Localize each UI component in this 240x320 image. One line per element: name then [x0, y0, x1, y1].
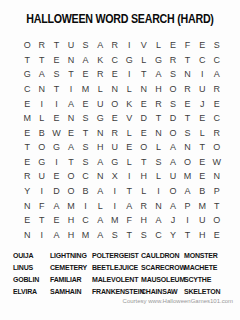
- grid-cell: A: [166, 155, 181, 170]
- grid-cell: T: [64, 67, 79, 82]
- grid-cell: T: [35, 213, 50, 228]
- grid-cell: A: [93, 155, 108, 170]
- grid-cell: O: [107, 96, 122, 111]
- credit-text: Courtesy www.HalloweenGames101.com: [123, 298, 233, 304]
- grid-cell: O: [180, 155, 195, 170]
- word-list: OUIJALIGHTNINGPOLTERGEISTCAULDRONMONSTER…: [13, 249, 230, 297]
- grid-cell: G: [93, 111, 108, 126]
- grid-cell: T: [137, 67, 152, 82]
- grid-cell: F: [122, 213, 137, 228]
- word-list-item: CEMETERY: [50, 264, 92, 271]
- grid-cell: E: [49, 111, 64, 126]
- word-search-grid: ORTUSARIVLEFESTTENAKCGLGRTCCGASTEREITASN…: [20, 38, 224, 242]
- grid-cell: N: [20, 227, 35, 242]
- grid-cell: S: [78, 111, 93, 126]
- grid-cell: M: [78, 227, 93, 242]
- grid-cell: C: [195, 53, 210, 68]
- word-list-item: MAUSOLEUM: [141, 276, 184, 283]
- grid-cell: H: [137, 169, 152, 184]
- grid-cell: S: [78, 38, 93, 53]
- grid-cell: M: [20, 111, 35, 126]
- grid-cell: A: [78, 53, 93, 68]
- word-search-page: HALLOWEEN WORD SEARCH (HARD) ORTUSARIVLE…: [0, 0, 240, 320]
- grid-cell: L: [122, 82, 137, 97]
- grid-cell: B: [35, 125, 50, 140]
- grid-cell: A: [151, 213, 166, 228]
- grid-cell: T: [195, 140, 210, 155]
- word-list-item: SAMHAIN: [50, 288, 92, 295]
- word-list-item: BEETLEJUICE: [92, 264, 141, 271]
- grid-cell: S: [107, 227, 122, 242]
- grid-cell: T: [180, 53, 195, 68]
- grid-cell: T: [35, 53, 50, 68]
- grid-cell: E: [107, 67, 122, 82]
- grid-cell: O: [166, 82, 181, 97]
- grid-cell: T: [151, 111, 166, 126]
- grid-cell: Y: [20, 184, 35, 199]
- grid-cell: N: [180, 67, 195, 82]
- grid-cell: R: [35, 38, 50, 53]
- grid-cell: U: [195, 82, 210, 97]
- grid-cell: C: [78, 213, 93, 228]
- word-list-item: FRANKENSTEIN: [92, 288, 141, 295]
- grid-cell: I: [122, 38, 137, 53]
- grid-cell: U: [35, 169, 50, 184]
- word-list-item: MACHETE: [184, 264, 230, 271]
- grid-cell: A: [122, 198, 137, 213]
- grid-cell: F: [35, 198, 50, 213]
- grid-cell: A: [93, 38, 108, 53]
- grid-cell: K: [93, 53, 108, 68]
- grid-cell: L: [93, 82, 108, 97]
- word-list-item: CAULDRON: [141, 252, 184, 259]
- grid-cell: H: [64, 213, 79, 228]
- grid-cell: G: [122, 53, 137, 68]
- grid-cell: U: [195, 213, 210, 228]
- word-list-item: LINUS: [13, 264, 50, 271]
- grid-cell: R: [93, 67, 108, 82]
- grid-cell: I: [35, 227, 50, 242]
- grid-cell: X: [107, 169, 122, 184]
- word-list-item: CHAINSAW: [141, 288, 184, 295]
- grid-cell: I: [195, 67, 210, 82]
- grid-cell: H: [195, 227, 210, 242]
- grid-cell: N: [35, 82, 50, 97]
- grid-cell: R: [107, 125, 122, 140]
- grid-cell: O: [137, 140, 152, 155]
- grid-cell: S: [78, 155, 93, 170]
- grid-cell: L: [137, 184, 152, 199]
- grid-cell: E: [49, 53, 64, 68]
- grid-cell: R: [166, 53, 181, 68]
- grid-cell: L: [137, 53, 152, 68]
- grid-cell: A: [166, 198, 181, 213]
- grid-cell: T: [78, 125, 93, 140]
- grid-cell: P: [209, 184, 224, 199]
- grid-cell: W: [49, 125, 64, 140]
- grid-cell: B: [195, 184, 210, 199]
- grid-cell: G: [151, 53, 166, 68]
- grid-cell: G: [35, 155, 50, 170]
- grid-cell: N: [20, 198, 35, 213]
- grid-cell: O: [166, 125, 181, 140]
- grid-cell: E: [49, 169, 64, 184]
- grid-cell: I: [49, 96, 64, 111]
- grid-cell: S: [49, 67, 64, 82]
- grid-cell: K: [122, 96, 137, 111]
- word-list-item: OUIJA: [13, 252, 50, 259]
- grid-cell: L: [151, 169, 166, 184]
- grid-cell: T: [20, 53, 35, 68]
- grid-cell: E: [20, 125, 35, 140]
- grid-cell: E: [49, 213, 64, 228]
- grid-cell: T: [122, 184, 137, 199]
- grid-cell: U: [107, 140, 122, 155]
- grid-cell: E: [64, 125, 79, 140]
- grid-cell: C: [209, 53, 224, 68]
- grid-cell: J: [195, 96, 210, 111]
- grid-cell: H: [151, 82, 166, 97]
- grid-cell: N: [137, 82, 152, 97]
- grid-cell: L: [122, 155, 137, 170]
- grid-cell: S: [78, 140, 93, 155]
- grid-cell: I: [151, 184, 166, 199]
- grid-cell: N: [93, 125, 108, 140]
- grid-cell: E: [78, 67, 93, 82]
- grid-cell: N: [64, 53, 79, 68]
- grid-cell: E: [195, 111, 210, 126]
- word-list-item: POLTERGEIST: [92, 252, 141, 259]
- grid-cell: B: [78, 184, 93, 199]
- grid-cell: C: [151, 227, 166, 242]
- grid-cell: E: [137, 96, 152, 111]
- grid-cell: C: [78, 169, 93, 184]
- grid-cell: L: [151, 140, 166, 155]
- word-list-item: LIGHTNING: [50, 252, 92, 259]
- word-list-item: SCARECROW: [141, 264, 184, 271]
- grid-cell: O: [20, 38, 35, 53]
- grid-cell: O: [209, 140, 224, 155]
- grid-cell: S: [166, 67, 181, 82]
- grid-cell: S: [166, 96, 181, 111]
- grid-cell: L: [93, 198, 108, 213]
- grid-cell: I: [107, 198, 122, 213]
- grid-cell: A: [35, 67, 50, 82]
- word-list-item: MALEVOLENT: [92, 276, 141, 283]
- grid-cell: N: [151, 198, 166, 213]
- grid-cell: U: [93, 96, 108, 111]
- grid-cell: T: [209, 198, 224, 213]
- grid-cell: O: [209, 213, 224, 228]
- grid-cell: A: [49, 198, 64, 213]
- grid-cell: A: [93, 213, 108, 228]
- grid-cell: I: [107, 184, 122, 199]
- grid-cell: I: [122, 67, 137, 82]
- grid-cell: W: [209, 155, 224, 170]
- word-list-item: ELVIRA: [13, 288, 50, 295]
- grid-cell: R: [209, 125, 224, 140]
- grid-cell: N: [209, 169, 224, 184]
- grid-cell: V: [122, 111, 137, 126]
- grid-cell: I: [35, 96, 50, 111]
- grid-cell: E: [20, 96, 35, 111]
- grid-cell: I: [49, 155, 64, 170]
- grid-cell: A: [166, 140, 181, 155]
- grid-cell: H: [64, 227, 79, 242]
- grid-cell: S: [209, 38, 224, 53]
- grid-cell: U: [166, 169, 181, 184]
- grid-cell: Y: [166, 227, 181, 242]
- grid-cell: J: [166, 213, 181, 228]
- grid-cell: E: [137, 125, 152, 140]
- grid-cell: F: [180, 38, 195, 53]
- grid-cell: N: [64, 111, 79, 126]
- grid-cell: O: [35, 140, 50, 155]
- grid-cell: E: [209, 96, 224, 111]
- grid-cell: R: [107, 38, 122, 53]
- grid-cell: A: [64, 140, 79, 155]
- grid-cell: E: [209, 227, 224, 242]
- grid-cell: T: [49, 82, 64, 97]
- grid-cell: E: [195, 38, 210, 53]
- grid-cell: L: [122, 125, 137, 140]
- grid-cell: E: [78, 96, 93, 111]
- grid-cell: G: [107, 155, 122, 170]
- grid-cell: A: [64, 96, 79, 111]
- grid-cell: L: [195, 125, 210, 140]
- grid-cell: E: [107, 111, 122, 126]
- grid-cell: T: [180, 227, 195, 242]
- grid-cell: R: [209, 82, 224, 97]
- grid-cell: E: [180, 96, 195, 111]
- grid-cell: V: [137, 38, 152, 53]
- grid-cell: N: [93, 169, 108, 184]
- grid-cell: E: [122, 140, 137, 155]
- grid-cell: T: [180, 111, 195, 126]
- grid-cell: O: [64, 184, 79, 199]
- grid-cell: C: [20, 82, 35, 97]
- grid-cell: A: [93, 184, 108, 199]
- grid-cell: H: [137, 213, 152, 228]
- page-title: HALLOWEEN WORD SEARCH (HARD): [22, 11, 219, 26]
- word-list-item: SCYTHE: [184, 276, 230, 283]
- grid-cell: I: [35, 184, 50, 199]
- grid-cell: N: [180, 140, 195, 155]
- grid-cell: T: [137, 155, 152, 170]
- grid-cell: T: [20, 140, 35, 155]
- grid-cell: G: [49, 140, 64, 155]
- grid-cell: L: [35, 111, 50, 126]
- grid-cell: D: [49, 184, 64, 199]
- grid-cell: P: [180, 198, 195, 213]
- grid-cell: E: [195, 169, 210, 184]
- grid-cell: T: [49, 38, 64, 53]
- grid-cell: I: [64, 82, 79, 97]
- grid-cell: M: [180, 169, 195, 184]
- grid-cell: A: [180, 184, 195, 199]
- grid-cell: I: [78, 198, 93, 213]
- grid-cell: N: [107, 82, 122, 97]
- grid-cell: R: [137, 198, 152, 213]
- grid-cell: A: [49, 227, 64, 242]
- grid-cell: R: [151, 96, 166, 111]
- grid-cell: D: [166, 111, 181, 126]
- grid-cell: M: [107, 213, 122, 228]
- grid-cell: G: [20, 67, 35, 82]
- grid-cell: E: [166, 38, 181, 53]
- grid-cell: I: [180, 213, 195, 228]
- grid-cell: A: [209, 67, 224, 82]
- grid-cell: C: [107, 53, 122, 68]
- word-list-item: FAMILIAR: [50, 276, 92, 283]
- grid-cell: H: [93, 140, 108, 155]
- grid-cell: I: [122, 169, 137, 184]
- grid-cell: N: [151, 125, 166, 140]
- grid-cell: E: [20, 213, 35, 228]
- grid-cell: S: [137, 227, 152, 242]
- grid-cell: R: [20, 169, 35, 184]
- grid-cell: R: [180, 82, 195, 97]
- grid-cell: C: [209, 111, 224, 126]
- grid-cell: O: [166, 184, 181, 199]
- grid-cell: M: [195, 198, 210, 213]
- grid-cell: M: [64, 198, 79, 213]
- grid-cell: L: [151, 38, 166, 53]
- grid-cell: A: [151, 67, 166, 82]
- grid-cell: T: [64, 155, 79, 170]
- grid-cell: O: [64, 169, 79, 184]
- word-list-item: GOBLIN: [13, 276, 50, 283]
- word-list-item: SKELETON: [184, 288, 230, 295]
- grid-cell: S: [180, 125, 195, 140]
- grid-cell: T: [122, 227, 137, 242]
- grid-cell: E: [195, 155, 210, 170]
- grid-cell: E: [20, 155, 35, 170]
- grid-cell: M: [78, 82, 93, 97]
- word-list-item: MONSTER: [184, 252, 230, 259]
- grid-cell: D: [137, 111, 152, 126]
- grid-cell: S: [151, 155, 166, 170]
- grid-cell: U: [64, 38, 79, 53]
- grid-cell: A: [93, 227, 108, 242]
